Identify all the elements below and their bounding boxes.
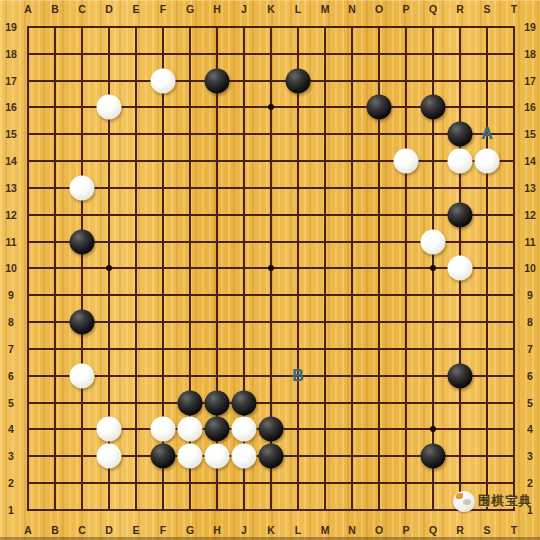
app-logo-icon <box>453 491 475 512</box>
column-label-bottom: A <box>24 524 32 536</box>
black-stone[interactable] <box>205 390 230 415</box>
column-label-bottom: F <box>160 524 166 536</box>
grid-line-vertical <box>486 26 488 511</box>
column-label-top: K <box>267 3 275 15</box>
row-label-right: 7 <box>527 343 533 355</box>
white-stone[interactable] <box>448 149 473 174</box>
column-label-top: F <box>160 3 166 15</box>
column-label-top: R <box>456 3 464 15</box>
white-stone[interactable] <box>97 444 122 469</box>
row-label-right: 13 <box>524 182 536 194</box>
go-app-screen: 围棋宝典 AABBCCDDEEFFGGHHJJKKLLMMNNOOPPQQRRS… <box>0 0 540 540</box>
grid-line-horizontal <box>27 509 515 511</box>
column-label-top: O <box>375 3 383 15</box>
row-label-left: 3 <box>8 450 14 462</box>
row-label-left: 5 <box>8 397 14 409</box>
grid-line-horizontal <box>27 482 515 484</box>
column-label-top: D <box>105 3 113 15</box>
column-label-bottom: M <box>321 524 330 536</box>
row-label-left: 18 <box>5 48 17 60</box>
star-point <box>268 104 274 110</box>
column-label-bottom: H <box>213 524 221 536</box>
grid-line-horizontal <box>27 375 515 377</box>
column-label-top: N <box>348 3 356 15</box>
white-stone[interactable] <box>232 444 257 469</box>
row-label-right: 17 <box>524 75 536 87</box>
white-stone[interactable] <box>178 417 203 442</box>
grid-line-horizontal <box>27 402 515 404</box>
column-label-bottom: T <box>511 524 517 536</box>
black-stone[interactable] <box>70 310 95 335</box>
column-label-bottom: L <box>295 524 301 536</box>
grid-line-horizontal <box>27 321 515 323</box>
white-stone[interactable] <box>151 417 176 442</box>
row-label-left: 16 <box>5 101 17 113</box>
white-stone[interactable] <box>97 95 122 120</box>
row-label-left: 2 <box>8 477 14 489</box>
black-stone[interactable] <box>205 417 230 442</box>
row-label-right: 6 <box>527 370 533 382</box>
column-label-bottom: D <box>105 524 113 536</box>
black-stone[interactable] <box>421 95 446 120</box>
column-label-top: Q <box>429 3 437 15</box>
black-stone[interactable] <box>421 444 446 469</box>
grid-line-vertical <box>297 26 299 511</box>
white-stone[interactable] <box>70 363 95 388</box>
grid-line-vertical <box>351 26 353 511</box>
grid-line-vertical <box>405 26 407 511</box>
column-label-top: L <box>295 3 301 15</box>
row-label-right: 8 <box>527 316 533 328</box>
row-label-left: 7 <box>8 343 14 355</box>
column-label-bottom: N <box>348 524 356 536</box>
white-stone[interactable] <box>178 444 203 469</box>
column-label-top: P <box>402 3 409 15</box>
black-stone[interactable] <box>178 390 203 415</box>
column-label-bottom: K <box>267 524 275 536</box>
row-label-right: 5 <box>527 397 533 409</box>
row-label-right: 12 <box>524 209 536 221</box>
column-label-top: H <box>213 3 221 15</box>
row-label-left: 12 <box>5 209 17 221</box>
column-label-bottom: J <box>241 524 247 536</box>
row-label-left: 13 <box>5 182 17 194</box>
row-label-right: 2 <box>527 477 533 489</box>
go-board: 围棋宝典 AABBCCDDEEFFGGHHJJKKLLMMNNOOPPQQRRS… <box>0 0 540 540</box>
column-label-bottom: Q <box>429 524 437 536</box>
star-point <box>430 265 436 271</box>
black-stone[interactable] <box>448 122 473 147</box>
column-label-bottom: R <box>456 524 464 536</box>
white-stone[interactable] <box>448 256 473 281</box>
row-label-left: 14 <box>5 155 17 167</box>
column-label-top: S <box>483 3 490 15</box>
row-label-left: 11 <box>5 236 16 248</box>
column-label-bottom: B <box>51 524 59 536</box>
row-label-right: 3 <box>527 450 533 462</box>
row-label-right: 4 <box>527 423 533 435</box>
column-label-top: T <box>511 3 517 15</box>
row-label-right: 10 <box>524 262 536 274</box>
black-stone[interactable] <box>232 390 257 415</box>
black-stone[interactable] <box>151 444 176 469</box>
row-label-left: 8 <box>8 316 14 328</box>
white-stone[interactable] <box>421 229 446 254</box>
column-label-top: B <box>51 3 59 15</box>
white-stone[interactable] <box>97 417 122 442</box>
star-point <box>268 265 274 271</box>
grid-line-vertical <box>513 26 515 511</box>
black-stone[interactable] <box>205 68 230 93</box>
row-label-right: 16 <box>524 101 536 113</box>
row-label-right: 9 <box>527 289 533 301</box>
row-label-left: 4 <box>8 423 14 435</box>
black-stone[interactable] <box>259 444 284 469</box>
watermark-text: 围棋宝典 <box>478 493 532 510</box>
column-label-top: A <box>24 3 32 15</box>
grid-line-horizontal <box>27 294 515 296</box>
white-stone[interactable] <box>151 68 176 93</box>
star-point <box>106 265 112 271</box>
star-point <box>430 426 436 432</box>
black-stone[interactable] <box>367 95 392 120</box>
row-label-left: 10 <box>5 262 17 274</box>
row-label-left: 17 <box>5 75 17 87</box>
column-label-bottom: E <box>132 524 139 536</box>
move-label-a[interactable]: A <box>481 125 493 143</box>
row-label-right: 14 <box>524 155 536 167</box>
white-stone[interactable] <box>475 149 500 174</box>
row-label-right: 19 <box>524 21 536 33</box>
column-label-bottom: S <box>483 524 490 536</box>
row-label-left: 15 <box>5 128 17 140</box>
move-label-b[interactable]: B <box>292 367 304 385</box>
watermark: 围棋宝典 <box>453 491 532 512</box>
black-stone[interactable] <box>70 229 95 254</box>
row-label-left: 1 <box>8 504 14 516</box>
column-label-bottom: C <box>78 524 86 536</box>
column-label-top: M <box>321 3 330 15</box>
black-stone[interactable] <box>259 417 284 442</box>
white-stone[interactable] <box>70 175 95 200</box>
row-label-left: 9 <box>8 289 14 301</box>
column-label-bottom: P <box>402 524 409 536</box>
column-label-top: J <box>241 3 247 15</box>
white-stone[interactable] <box>232 417 257 442</box>
row-label-left: 19 <box>5 21 17 33</box>
row-label-right: 18 <box>524 48 536 60</box>
black-stone[interactable] <box>286 68 311 93</box>
column-label-bottom: O <box>375 524 383 536</box>
grid-line-horizontal <box>27 348 515 350</box>
column-label-top: E <box>132 3 139 15</box>
black-stone[interactable] <box>448 363 473 388</box>
white-stone[interactable] <box>205 444 230 469</box>
white-stone[interactable] <box>394 149 419 174</box>
column-label-top: G <box>186 3 194 15</box>
row-label-right: 11 <box>524 236 535 248</box>
grid-line-vertical <box>324 26 326 511</box>
column-label-bottom: G <box>186 524 194 536</box>
black-stone[interactable] <box>448 202 473 227</box>
column-label-top: C <box>78 3 86 15</box>
row-label-left: 6 <box>8 370 14 382</box>
row-label-right: 15 <box>524 128 536 140</box>
